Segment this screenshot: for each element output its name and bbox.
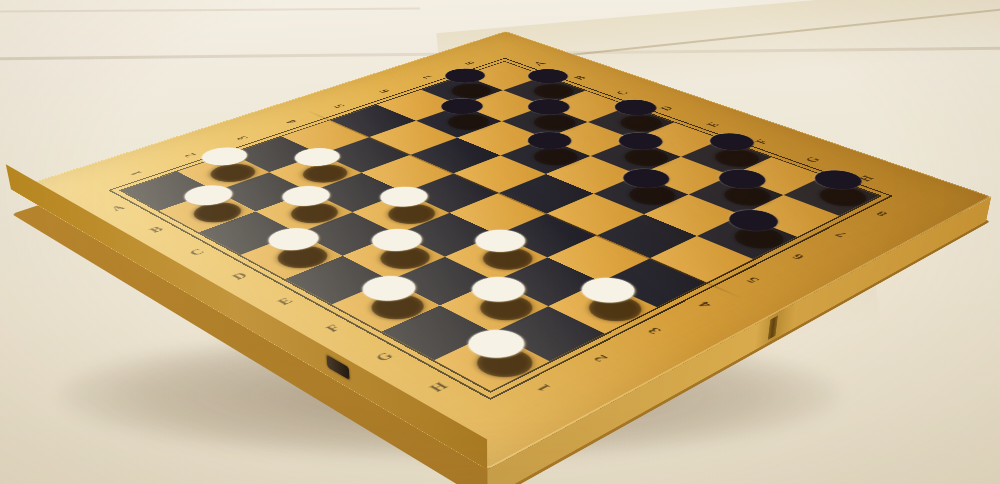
fold-hinge-gap — [768, 315, 778, 339]
wall-seam-line — [0, 8, 420, 13]
photo-scene: ABCDEFGH ABCDEFGH 12345678 12345678 ●●●●… — [0, 0, 1000, 484]
square-b6[interactable]: ●● — [416, 105, 502, 138]
clasp-latch — [326, 354, 349, 380]
